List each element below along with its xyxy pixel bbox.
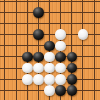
- board-cell[interactable]: [66, 96, 77, 100]
- board-cell[interactable]: [22, 85, 33, 96]
- board-cell[interactable]: [89, 63, 100, 74]
- white-stone: [22, 63, 33, 74]
- board-cell[interactable]: [55, 85, 66, 96]
- black-stone: [22, 52, 33, 63]
- white-stone: [55, 29, 66, 40]
- black-stone: [67, 63, 78, 74]
- board-cell[interactable]: [33, 7, 44, 18]
- black-stone: [67, 52, 78, 63]
- board-cell[interactable]: [89, 18, 100, 29]
- board-cell[interactable]: [11, 29, 22, 40]
- board-cell[interactable]: [66, 74, 77, 85]
- board-cell[interactable]: [89, 40, 100, 51]
- white-stone: [44, 52, 55, 63]
- board-cell[interactable]: [44, 7, 55, 18]
- board-cell[interactable]: [44, 0, 55, 7]
- white-stone: [78, 29, 89, 40]
- board-cell[interactable]: [77, 0, 88, 7]
- board-cell[interactable]: [0, 63, 11, 74]
- board-cell[interactable]: [22, 29, 33, 40]
- white-stone: [44, 63, 55, 74]
- board-cell[interactable]: [22, 18, 33, 29]
- board-cell[interactable]: [77, 40, 88, 51]
- board-cell[interactable]: [11, 0, 22, 7]
- board-cell[interactable]: [0, 96, 11, 100]
- board-cell[interactable]: [77, 29, 88, 40]
- board-cell[interactable]: [77, 74, 88, 85]
- board-cell[interactable]: [0, 7, 11, 18]
- board-cell[interactable]: [77, 51, 88, 62]
- black-stone: [33, 29, 44, 40]
- board-cell[interactable]: [77, 18, 88, 29]
- board-cell[interactable]: [33, 85, 44, 96]
- black-stone: [55, 85, 66, 96]
- board-cell[interactable]: [0, 18, 11, 29]
- board-cell[interactable]: [55, 29, 66, 40]
- board-cell[interactable]: [22, 96, 33, 100]
- board-cell[interactable]: [0, 0, 11, 7]
- board-cell[interactable]: [55, 7, 66, 18]
- board-cell[interactable]: [89, 74, 100, 85]
- white-stone: [33, 74, 44, 85]
- board-cell[interactable]: [44, 18, 55, 29]
- board-cell[interactable]: [55, 18, 66, 29]
- board-cell[interactable]: [44, 51, 55, 62]
- board-cell[interactable]: [22, 74, 33, 85]
- go-board-screenshot: [0, 0, 100, 100]
- board-cell[interactable]: [55, 51, 66, 62]
- black-stone: [44, 41, 55, 52]
- board-cell[interactable]: [66, 85, 77, 96]
- white-stone: [55, 41, 66, 52]
- board-cell[interactable]: [22, 0, 33, 7]
- board-cell[interactable]: [44, 85, 55, 96]
- board-cell[interactable]: [11, 74, 22, 85]
- board-cell[interactable]: [77, 7, 88, 18]
- board-cell[interactable]: [77, 63, 88, 74]
- board-cell[interactable]: [33, 40, 44, 51]
- board-cell[interactable]: [55, 63, 66, 74]
- board-cell[interactable]: [66, 51, 77, 62]
- board-cell[interactable]: [89, 51, 100, 62]
- board-cell[interactable]: [66, 0, 77, 7]
- board-cell[interactable]: [44, 74, 55, 85]
- board-cell[interactable]: [44, 96, 55, 100]
- board-cell[interactable]: [66, 18, 77, 29]
- white-stone: [44, 74, 55, 85]
- board-cell[interactable]: [66, 63, 77, 74]
- board-cell[interactable]: [55, 40, 66, 51]
- board-cell[interactable]: [0, 29, 11, 40]
- board-cell[interactable]: [66, 7, 77, 18]
- board-cell[interactable]: [33, 0, 44, 7]
- board-cell[interactable]: [33, 63, 44, 74]
- board-cell[interactable]: [0, 40, 11, 51]
- board-cell[interactable]: [11, 18, 22, 29]
- white-stone: [55, 63, 66, 74]
- board-cell[interactable]: [89, 7, 100, 18]
- board-cell[interactable]: [22, 40, 33, 51]
- board-cell[interactable]: [44, 29, 55, 40]
- board-cell[interactable]: [11, 96, 22, 100]
- white-stone: [44, 85, 55, 96]
- board-cell[interactable]: [22, 51, 33, 62]
- board-cell[interactable]: [77, 96, 88, 100]
- board-cell[interactable]: [33, 29, 44, 40]
- board-cell[interactable]: [89, 85, 100, 96]
- board-cell[interactable]: [89, 29, 100, 40]
- board-cell[interactable]: [0, 85, 11, 96]
- white-stone: [22, 74, 33, 85]
- board-cell[interactable]: [89, 96, 100, 100]
- board-cell[interactable]: [44, 40, 55, 51]
- go-board[interactable]: [0, 0, 100, 100]
- board-cell[interactable]: [0, 74, 11, 85]
- board-cell[interactable]: [11, 40, 22, 51]
- board-cell[interactable]: [11, 7, 22, 18]
- board-cell[interactable]: [77, 85, 88, 96]
- board-cell[interactable]: [55, 96, 66, 100]
- board-cell[interactable]: [11, 51, 22, 62]
- board-cell[interactable]: [66, 40, 77, 51]
- black-stone: [67, 85, 78, 96]
- white-stone: [55, 74, 66, 85]
- board-cell[interactable]: [11, 63, 22, 74]
- white-stone: [33, 63, 44, 74]
- black-stone: [33, 52, 44, 63]
- board-cell[interactable]: [33, 18, 44, 29]
- board-cell[interactable]: [33, 51, 44, 62]
- board-cell[interactable]: [33, 74, 44, 85]
- board-cell[interactable]: [11, 85, 22, 96]
- board-cell[interactable]: [22, 7, 33, 18]
- board-cell[interactable]: [0, 51, 11, 62]
- black-stone: [55, 52, 66, 63]
- board-cell[interactable]: [89, 0, 100, 7]
- black-stone: [67, 74, 78, 85]
- board-cell[interactable]: [55, 0, 66, 7]
- board-cell[interactable]: [33, 96, 44, 100]
- board-cell[interactable]: [22, 63, 33, 74]
- board-cell[interactable]: [66, 29, 77, 40]
- board-cell[interactable]: [55, 74, 66, 85]
- black-stone: [33, 7, 44, 18]
- board-cell[interactable]: [44, 63, 55, 74]
